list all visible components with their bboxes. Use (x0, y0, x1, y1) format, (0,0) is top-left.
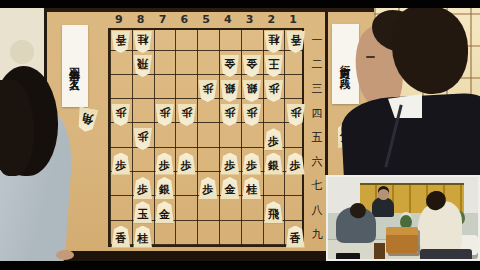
nameplate-left-player: 羽生善治 名人 (62, 25, 88, 107)
piece-sente-7-7: 銀 (155, 177, 174, 199)
rank-label: 七 (306, 174, 328, 198)
piece-gote-3-2: 金 (242, 55, 261, 77)
piece-sente-3-7: 桂 (242, 177, 261, 199)
piece-gote-9-4: 歩 (111, 104, 130, 126)
piece-gote-2-2: 王 (264, 55, 283, 77)
board-frame-bottom (46, 251, 326, 261)
rank-label: 八 (306, 198, 328, 222)
piece-gote-3-3: 銀 (242, 80, 261, 102)
piece-sente-9-9: 香 (111, 226, 130, 248)
file-label: 2 (260, 13, 282, 27)
piece-gote-9-1: 香 (111, 31, 130, 53)
right-player-title: 八段 (339, 69, 353, 71)
piece-stand (374, 243, 385, 259)
piece-gote-1-4: 歩 (286, 104, 305, 126)
piece-sente-7-8: 金 (155, 201, 174, 223)
piece-sente-9-6: 歩 (111, 153, 130, 175)
piece-sente-2-6: 銀 (264, 153, 283, 175)
piece-sente-6-6: 歩 (177, 153, 196, 175)
piece-sente-8-9: 桂 (133, 226, 152, 248)
rank-labels: 一二三四五六七八九 (306, 28, 328, 247)
rank-label: 九 (306, 222, 328, 246)
piece-sente-1-9: 香 (286, 226, 305, 248)
piece-gote-4-3: 銀 (220, 80, 239, 102)
record-folder (336, 253, 360, 261)
piece-gote-1-1: 香 (286, 31, 305, 53)
left-player-title: 名人 (68, 71, 82, 73)
broadcast-frame: 987654321 一二三四五六七八九 香桂桂香飛金金王歩銀銀歩歩歩歩歩歩歩歩歩… (0, 0, 480, 270)
piece-gote-2-1: 桂 (264, 31, 283, 53)
right-commentator-eye (366, 56, 375, 58)
left-player-name: 羽生善治 (68, 59, 82, 63)
piece-sente-8-8: 玉 (133, 201, 152, 223)
file-label: 1 (282, 13, 304, 27)
rank-label: 五 (306, 125, 328, 149)
rank-label: 六 (306, 149, 328, 173)
piece-gote-4-2: 金 (220, 55, 239, 77)
piece-sente-5-7: 歩 (198, 177, 217, 199)
piece-gote-8-5: 歩 (133, 128, 152, 150)
rank-label: 二 (306, 52, 328, 76)
piece-sente-4-6: 歩 (220, 153, 239, 175)
rank-label: 一 (306, 28, 328, 52)
recordkeeper-head (378, 189, 389, 200)
letterbox-bottom (0, 261, 480, 270)
piece-gote-2-3: 歩 (264, 80, 283, 102)
piece-gote-6-4: 歩 (177, 104, 196, 126)
file-label: 8 (130, 13, 152, 27)
piece-gote-4-4: 歩 (220, 104, 239, 126)
file-label: 6 (173, 13, 195, 27)
left-commentator-hand (56, 250, 74, 260)
letterbox-top (0, 0, 480, 8)
piece-sente-3-6: 歩 (242, 153, 261, 175)
rank-label: 四 (306, 101, 328, 125)
piece-sente-2-5: 歩 (264, 128, 283, 150)
file-label: 9 (108, 13, 130, 27)
shogi-board-table (386, 227, 418, 253)
game-room-inset (326, 175, 480, 261)
piece-sente-7-6: 歩 (155, 153, 174, 175)
shogi-grid: 香桂桂香飛金金王歩銀銀歩歩歩歩歩歩歩歩歩歩歩歩歩歩銀歩歩銀歩金桂玉金飛香桂香 (108, 28, 304, 247)
piece-gote-8-2: 飛 (133, 55, 152, 77)
piece-gote-3-4: 歩 (242, 104, 261, 126)
piece-gote-5-3: 歩 (198, 80, 217, 102)
piece-sente-2-8: 飛 (264, 201, 283, 223)
piece-gote-7-4: 歩 (155, 104, 174, 126)
rank-label: 三 (306, 77, 328, 101)
piece-sente-4-7: 金 (220, 177, 239, 199)
player-right-legs (420, 249, 472, 261)
recordkeeper-body (372, 197, 394, 217)
piece-gote-8-1: 桂 (133, 31, 152, 53)
file-label: 5 (195, 13, 217, 27)
piece-sente-8-7: 歩 (133, 177, 152, 199)
file-labels: 987654321 (108, 13, 304, 27)
right-player-name: 行方尚史 (339, 57, 353, 61)
file-label: 3 (239, 13, 261, 27)
file-label: 4 (217, 13, 239, 27)
file-label: 7 (152, 13, 174, 27)
piece-sente-1-6: 歩 (286, 153, 305, 175)
